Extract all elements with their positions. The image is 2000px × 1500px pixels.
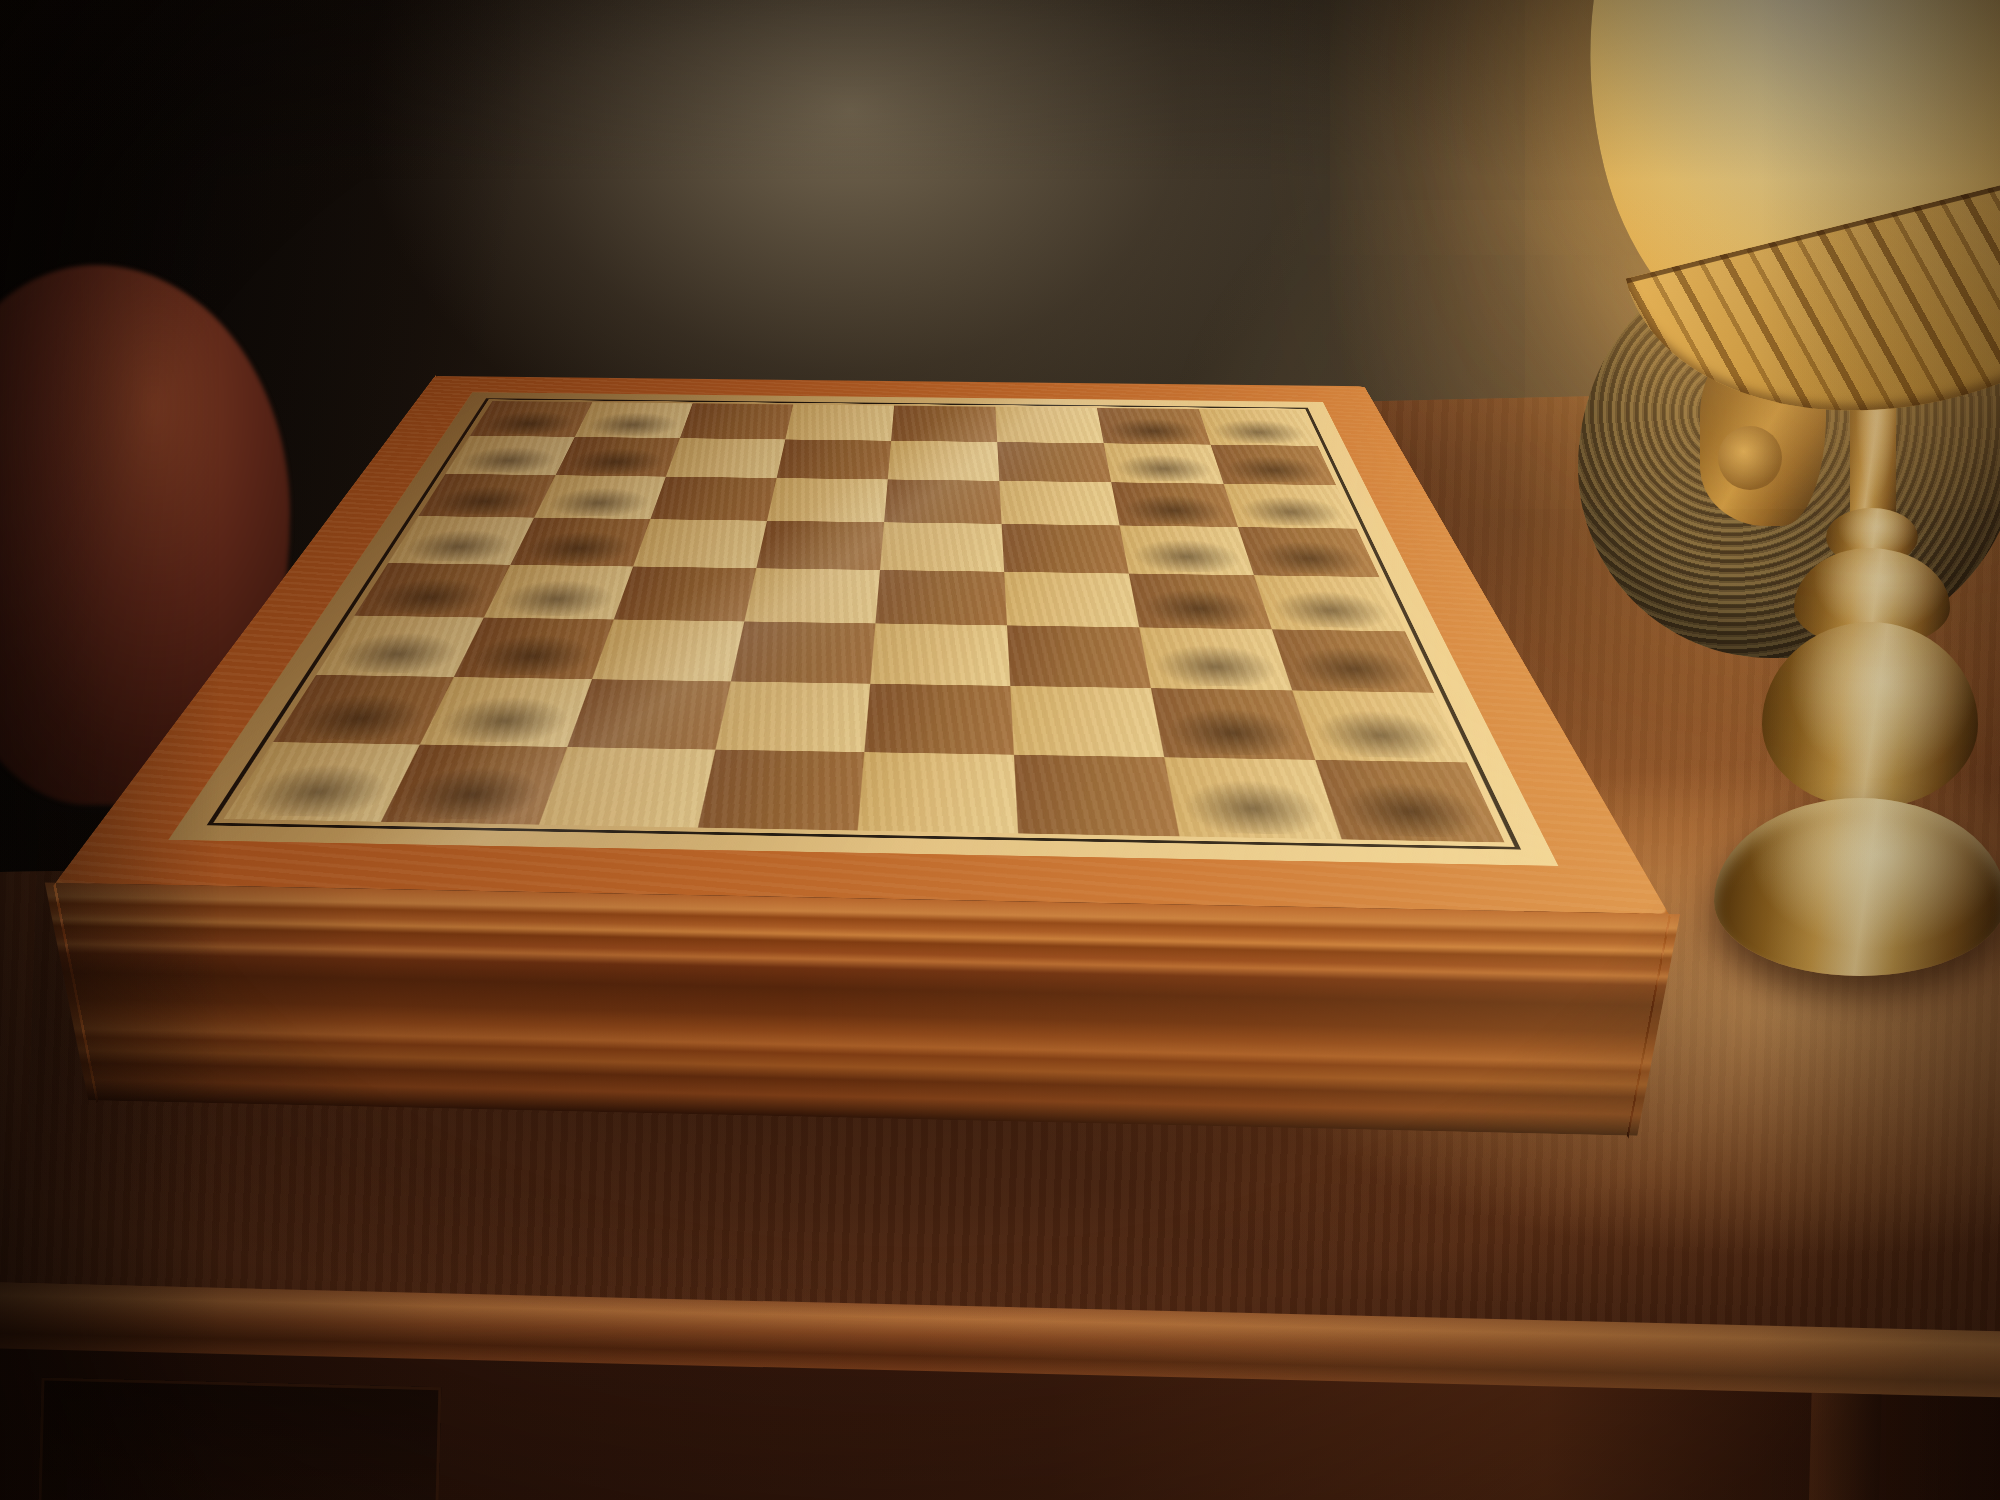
square-b3[interactable] bbox=[666, 438, 785, 478]
square-d4[interactable] bbox=[756, 521, 884, 570]
square-d6[interactable] bbox=[1002, 524, 1129, 574]
square-a7[interactable] bbox=[1097, 408, 1211, 445]
square-b2[interactable] bbox=[556, 437, 680, 477]
square-c3[interactable] bbox=[650, 477, 776, 521]
lamp-base bbox=[1700, 330, 2000, 1000]
lamp-foot bbox=[1714, 798, 2000, 976]
black-pawn-glyph: ♟ bbox=[1198, 692, 1302, 802]
square-a4[interactable] bbox=[785, 404, 894, 440]
scene-photo: ♜♞♝♛♚♝♞♜♟♟♟♟♟♟♟♟♟♟♟♟♟♟♟♟♜♞♝♛♚♝♞♜ bbox=[0, 0, 2000, 1500]
box-side-front bbox=[45, 883, 1680, 1136]
lamp-bulb-body bbox=[1762, 622, 1978, 808]
square-c6[interactable] bbox=[999, 481, 1119, 526]
piece-black-pawn[interactable]: ♟ bbox=[1164, 757, 1341, 839]
square-a6[interactable] bbox=[995, 407, 1103, 444]
square-b5[interactable] bbox=[888, 441, 1000, 481]
square-c4[interactable] bbox=[767, 478, 888, 522]
square-d3[interactable] bbox=[633, 519, 767, 568]
square-a5[interactable] bbox=[891, 406, 997, 442]
square-a3[interactable] bbox=[680, 403, 793, 439]
square-b4[interactable] bbox=[777, 439, 891, 479]
square-c5[interactable] bbox=[884, 479, 1002, 523]
square-b7[interactable] bbox=[1104, 443, 1224, 483]
square-b6[interactable] bbox=[997, 442, 1111, 482]
square-d5[interactable] bbox=[880, 522, 1004, 571]
white-rook-glyph: ♜ bbox=[254, 635, 396, 785]
square-a2[interactable] bbox=[575, 402, 693, 438]
white-pawn-glyph: ♟ bbox=[426, 680, 528, 788]
